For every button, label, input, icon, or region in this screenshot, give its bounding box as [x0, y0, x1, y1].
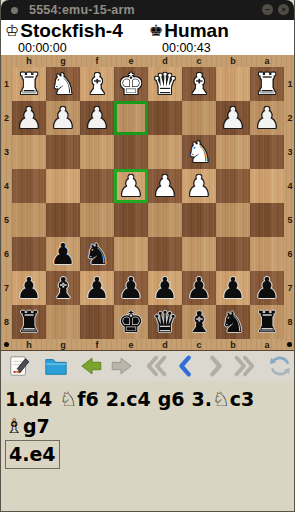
square-c5[interactable]	[182, 203, 216, 237]
gray-forward-arrow-icon	[109, 354, 133, 378]
toolbar	[1, 351, 294, 381]
move-list: 1.d4♘f62.c4g63.♘c3♗g74.e4	[1, 381, 294, 473]
piece-white-pawn: ♟	[186, 169, 212, 203]
square-b4[interactable]	[216, 169, 250, 203]
piece-black-pawn: ♟	[152, 271, 178, 305]
square-h2[interactable]: ♟	[12, 101, 46, 135]
piece-white-pawn: ♟	[152, 169, 178, 203]
square-d1[interactable]: ♛	[148, 67, 182, 101]
piece-white-pawn: ♟	[84, 101, 110, 135]
square-b8[interactable]: ♞	[216, 305, 250, 339]
piece-white-bishop: ♝	[186, 67, 212, 101]
piece-white-pawn: ♟	[16, 101, 42, 135]
move-token[interactable]: 2.c4	[106, 386, 151, 413]
board-frame-corner	[1, 55, 12, 67]
window-title: 5554:emu-15-arm	[29, 3, 135, 17]
coordinate-label: d	[148, 55, 182, 67]
refresh-button[interactable]	[267, 353, 293, 379]
square-a3[interactable]	[250, 135, 284, 169]
go-last-button[interactable]	[231, 353, 257, 379]
coordinate-label: 5	[284, 203, 295, 237]
piece-white-rook: ♜	[16, 67, 42, 101]
coordinate-label: e	[114, 55, 148, 67]
coordinate-label: 3	[284, 135, 295, 169]
green-back-arrow-icon	[80, 354, 104, 378]
square-b2[interactable]: ♟	[216, 101, 250, 135]
square-c3[interactable]: ♞	[182, 135, 216, 169]
move-token[interactable]: 1.d4	[5, 386, 52, 413]
double-chevron-right-icon	[232, 354, 256, 378]
square-d7[interactable]: ♟	[148, 271, 182, 305]
square-e2[interactable]	[114, 101, 148, 135]
coordinate-label: d	[148, 339, 182, 350]
coordinate-label: 2	[1, 101, 12, 135]
square-f2[interactable]: ♟	[80, 101, 114, 135]
square-c2[interactable]	[182, 101, 216, 135]
coordinate-label: 2	[284, 101, 295, 135]
coordinate-label: 4	[1, 169, 12, 203]
piece-black-pawn: ♟	[220, 271, 246, 305]
chevron-left-icon	[174, 354, 198, 378]
coordinate-label: 1	[1, 67, 12, 101]
square-a4[interactable]	[250, 169, 284, 203]
folder-icon	[44, 354, 68, 378]
square-h7[interactable]: ♟	[12, 271, 46, 305]
square-f5[interactable]	[80, 203, 114, 237]
coordinate-label: g	[46, 55, 80, 67]
square-e7[interactable]: ♟	[114, 271, 148, 305]
square-g7[interactable]: ♝	[46, 271, 80, 305]
square-a8[interactable]: ♜	[250, 305, 284, 339]
app-window: 5554:emu-15-arm − × ♔ Stockfish-4 00:00:…	[0, 0, 295, 512]
white-player-block: ♔ Stockfish-4 00:00:00	[5, 20, 123, 55]
minimize-button[interactable]: −	[262, 4, 273, 15]
piece-white-rook: ♜	[254, 67, 280, 101]
coordinate-label: 7	[284, 271, 295, 305]
square-a7[interactable]: ♟	[250, 271, 284, 305]
open-folder-button[interactable]	[43, 353, 69, 379]
piece-white-pawn: ♟	[220, 101, 246, 135]
player-info-bar: ♔ Stockfish-4 00:00:00 ♚ Human 00:00:43	[1, 20, 294, 55]
coordinate-label: 6	[1, 237, 12, 271]
piece-white-king: ♚	[118, 67, 144, 101]
move-token[interactable]: ♘f6	[59, 386, 98, 413]
coordinate-label: 4	[284, 169, 295, 203]
square-e4[interactable]: ♟	[114, 169, 148, 203]
window-icon	[11, 7, 18, 14]
square-c4[interactable]: ♟	[182, 169, 216, 203]
square-e8[interactable]: ♚	[114, 305, 148, 339]
coordinate-label: c	[182, 339, 216, 350]
piece-black-pawn: ♟	[186, 271, 212, 305]
close-button[interactable]: ×	[278, 4, 289, 15]
square-b5[interactable]	[216, 203, 250, 237]
move-token[interactable]: ♗g7	[5, 413, 50, 440]
square-g8[interactable]	[46, 305, 80, 339]
piece-black-pawn: ♟	[50, 237, 76, 271]
chess-board: hgfedcba1♜♞♝♚♛♝♜12♟♟♟♟♟23♞34♟♟♟4556♟♞67♟…	[1, 55, 294, 351]
square-e1[interactable]: ♚	[114, 67, 148, 101]
square-b6[interactable]	[216, 237, 250, 271]
move-token-current[interactable]: 4.e4	[5, 440, 60, 469]
square-h3[interactable]	[12, 135, 46, 169]
piece-black-pawn: ♟	[118, 271, 144, 305]
square-g5[interactable]	[46, 203, 80, 237]
square-f4[interactable]	[80, 169, 114, 203]
square-d2[interactable]	[148, 101, 182, 135]
square-g2[interactable]: ♟	[46, 101, 80, 135]
square-h8[interactable]: ♜	[12, 305, 46, 339]
board-frame-corner	[284, 55, 295, 67]
undo-move-button[interactable]	[79, 353, 105, 379]
square-h1[interactable]: ♜	[12, 67, 46, 101]
go-next-button[interactable]	[202, 353, 228, 379]
refresh-icon	[268, 354, 292, 378]
chevron-right-icon	[203, 354, 227, 378]
black-clock: 00:00:43	[162, 42, 229, 55]
square-f1[interactable]: ♝	[80, 67, 114, 101]
square-c7[interactable]: ♟	[182, 271, 216, 305]
piece-white-pawn: ♟	[254, 101, 280, 135]
coordinate-label: a	[250, 55, 284, 67]
content-filler	[1, 473, 294, 511]
move-token[interactable]: g6	[158, 386, 185, 413]
square-d4[interactable]: ♟	[148, 169, 182, 203]
piece-white-knight: ♞	[50, 67, 76, 101]
square-a2[interactable]: ♟	[250, 101, 284, 135]
square-h6[interactable]	[12, 237, 46, 271]
square-e3[interactable]	[114, 135, 148, 169]
board-frame-corner	[1, 339, 12, 350]
piece-black-rook: ♜	[254, 305, 280, 339]
square-c1[interactable]: ♝	[182, 67, 216, 101]
square-f8[interactable]	[80, 305, 114, 339]
board-frame-corner	[284, 339, 295, 350]
coordinate-label: 6	[284, 237, 295, 271]
white-king-icon: ♔	[5, 20, 19, 42]
square-e5[interactable]	[114, 203, 148, 237]
square-f6[interactable]: ♞	[80, 237, 114, 271]
coordinate-label: h	[12, 339, 46, 350]
figurine-icon: ♗	[5, 414, 23, 438]
piece-white-bishop: ♝	[84, 67, 110, 101]
square-f7[interactable]: ♟	[80, 271, 114, 305]
piece-black-king: ♚	[118, 305, 144, 339]
black-player-block: ♚ Human 00:00:43	[149, 20, 229, 55]
black-player-name: Human	[164, 20, 228, 42]
coordinate-label: b	[216, 339, 250, 350]
square-g1[interactable]: ♞	[46, 67, 80, 101]
coordinate-label: 5	[1, 203, 12, 237]
square-a5[interactable]	[250, 203, 284, 237]
piece-black-knight: ♞	[220, 305, 246, 339]
move-token[interactable]: 3.♘c3	[191, 386, 254, 413]
square-c6[interactable]	[182, 237, 216, 271]
piece-black-bishop: ♝	[186, 305, 212, 339]
square-a1[interactable]: ♜	[250, 67, 284, 101]
piece-black-pawn: ♟	[16, 271, 42, 305]
coordinate-label: c	[182, 55, 216, 67]
coordinate-label: f	[80, 55, 114, 67]
square-g4[interactable]	[46, 169, 80, 203]
square-b7[interactable]: ♟	[216, 271, 250, 305]
white-player-name: Stockfish-4	[20, 20, 122, 42]
square-g3[interactable]	[46, 135, 80, 169]
piece-white-pawn: ♟	[50, 101, 76, 135]
square-g6[interactable]: ♟	[46, 237, 80, 271]
coordinate-label: b	[216, 55, 250, 67]
piece-black-bishop: ♝	[50, 271, 76, 305]
coordinate-label: f	[80, 339, 114, 350]
square-h4[interactable]	[12, 169, 46, 203]
coordinate-label: 3	[1, 135, 12, 169]
coordinate-label: 8	[284, 305, 295, 339]
piece-black-queen: ♛	[152, 305, 178, 339]
piece-black-pawn: ♟	[254, 271, 280, 305]
notepad-pencil-icon	[8, 354, 32, 378]
coordinate-label: e	[114, 339, 148, 350]
redo-move-button[interactable]	[108, 353, 134, 379]
piece-black-rook: ♜	[16, 305, 42, 339]
figurine-icon: ♘	[59, 387, 77, 411]
square-d3[interactable]	[148, 135, 182, 169]
coordinate-label: a	[250, 339, 284, 350]
square-d8[interactable]: ♛	[148, 305, 182, 339]
coordinate-label: h	[12, 55, 46, 67]
square-h5[interactable]	[12, 203, 46, 237]
go-previous-button[interactable]	[173, 353, 199, 379]
title-bar: 5554:emu-15-arm − ×	[1, 0, 294, 20]
square-d6[interactable]	[148, 237, 182, 271]
square-f3[interactable]	[80, 135, 114, 169]
piece-white-knight: ♞	[186, 135, 212, 169]
double-chevron-left-icon	[145, 354, 169, 378]
figurine-icon: ♘	[212, 387, 230, 411]
go-first-button[interactable]	[144, 353, 170, 379]
piece-white-queen: ♛	[152, 67, 178, 101]
square-b1[interactable]	[216, 67, 250, 101]
coordinate-label: 7	[1, 271, 12, 305]
square-e6[interactable]	[114, 237, 148, 271]
square-b3[interactable]	[216, 135, 250, 169]
square-d5[interactable]	[148, 203, 182, 237]
piece-black-knight: ♞	[84, 237, 110, 271]
square-a6[interactable]	[250, 237, 284, 271]
coordinate-label: 1	[284, 67, 295, 101]
black-king-icon: ♚	[149, 20, 163, 42]
edit-notation-button[interactable]	[7, 353, 33, 379]
piece-black-pawn: ♟	[84, 271, 110, 305]
piece-white-pawn: ♟	[118, 169, 144, 203]
coordinate-label: 8	[1, 305, 12, 339]
square-c8[interactable]: ♝	[182, 305, 216, 339]
coordinate-label: g	[46, 339, 80, 350]
white-clock: 00:00:00	[18, 42, 123, 55]
